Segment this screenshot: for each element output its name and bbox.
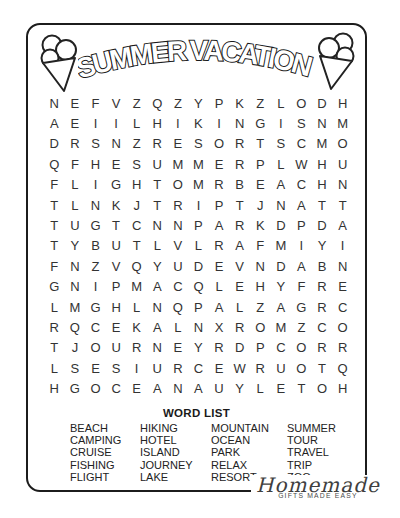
word-list-item: JOURNEY [140, 459, 211, 471]
grid-cell[interactable]: Z [250, 93, 271, 113]
grid-cell[interactable]: A [147, 277, 168, 297]
grid-cell[interactable]: E [332, 277, 353, 297]
grid-cell[interactable]: O [85, 338, 106, 358]
grid-cell[interactable]: P [106, 277, 127, 297]
grid-cell[interactable]: L [126, 113, 147, 133]
grid-cell[interactable]: F [85, 93, 106, 113]
grid-cell[interactable]: N [85, 195, 106, 215]
grid-cell[interactable]: E [271, 378, 292, 398]
grid-cell[interactable]: C [188, 358, 209, 378]
grid-cell[interactable]: E [250, 175, 271, 195]
grid-cell[interactable]: A [271, 297, 292, 317]
grid-cell[interactable]: I [85, 113, 106, 133]
grid-cell[interactable]: M [65, 297, 86, 317]
grid-cell[interactable]: T [44, 215, 65, 235]
grid-cell[interactable]: E [65, 113, 86, 133]
grid-cell[interactable]: H [126, 175, 147, 195]
grid-cell[interactable]: Q [188, 277, 209, 297]
grid-cell[interactable]: N [312, 113, 333, 133]
grid-cell[interactable]: N [271, 195, 292, 215]
grid-cell[interactable]: Q [65, 317, 86, 337]
word-list-item: TOUR [287, 434, 336, 446]
word-search-page: SUMMER VACATION NEFVZQZYPKZLODHAEIILHIKI… [0, 0, 400, 518]
grid-cell[interactable]: S [271, 134, 292, 154]
grid-cell[interactable]: S [188, 134, 209, 154]
grid-cell[interactable]: Y [229, 378, 250, 398]
grid-cell[interactable]: E [106, 154, 127, 174]
grid-cell[interactable]: I [271, 113, 292, 133]
grid-cell[interactable]: Z [291, 317, 312, 337]
ice-cream-cone-icon [311, 28, 359, 92]
grid-cell[interactable]: I [291, 236, 312, 256]
grid-cell[interactable]: R [209, 236, 230, 256]
grid-cell[interactable]: Q [332, 358, 353, 378]
grid-cell[interactable]: Z [85, 256, 106, 276]
grid-cell[interactable]: G [85, 297, 106, 317]
grid-cell[interactable]: T [250, 134, 271, 154]
grid-cell[interactable]: P [291, 215, 312, 235]
grid-cell[interactable]: M [126, 277, 147, 297]
grid-cell[interactable]: V [106, 93, 127, 113]
word-list-column: BEACHCAMPINGCRUISEFISHINGFLIGHT [70, 422, 140, 483]
grid-cell[interactable]: L [188, 236, 209, 256]
grid-cell[interactable]: A [271, 175, 292, 195]
grid-cell[interactable]: Y [188, 93, 209, 113]
grid-cell[interactable]: I [188, 195, 209, 215]
grid-cell[interactable]: H [332, 378, 353, 398]
grid-cell[interactable]: S [65, 358, 86, 378]
grid-cell[interactable]: K [126, 317, 147, 337]
grid-cell[interactable]: K [250, 215, 271, 235]
grid-cell[interactable]: C [291, 175, 312, 195]
grid-cell[interactable]: J [250, 195, 271, 215]
grid-cell[interactable]: Y [312, 236, 333, 256]
grid-cell[interactable]: N [147, 338, 168, 358]
grid-cell[interactable]: F [65, 154, 86, 174]
grid-cell[interactable]: Z [126, 93, 147, 113]
grid-cell[interactable]: E [168, 338, 189, 358]
grid-cell[interactable]: I [85, 175, 106, 195]
grid-cell[interactable]: D [229, 338, 250, 358]
ice-cream-cone-icon [36, 30, 84, 94]
grid-cell[interactable]: Y [65, 236, 86, 256]
grid-cell[interactable]: O [250, 317, 271, 337]
grid-cell[interactable]: D [271, 215, 292, 235]
grid-cell[interactable]: D [271, 256, 292, 276]
grid-cell[interactable]: T [44, 236, 65, 256]
grid-cell[interactable]: O [85, 378, 106, 398]
grid-cell[interactable]: Q [147, 93, 168, 113]
grid-cell[interactable]: Z [250, 297, 271, 317]
word-list-item: PARK [211, 446, 287, 458]
grid-cell[interactable]: G [44, 277, 65, 297]
grid-cell[interactable]: U [65, 215, 86, 235]
word-list-heading: WORD LIST [28, 407, 365, 419]
grid-cell[interactable]: I [106, 113, 127, 133]
grid-cell[interactable]: M [271, 317, 292, 337]
grid-cell[interactable]: T [332, 195, 353, 215]
grid-cell[interactable]: N [147, 297, 168, 317]
grid-cell[interactable]: R [126, 338, 147, 358]
grid-cell[interactable]: O [291, 93, 312, 113]
grid-cell[interactable]: V [106, 256, 127, 276]
grid-cell[interactable]: U [147, 154, 168, 174]
grid-cell[interactable]: S [106, 358, 127, 378]
grid-cell[interactable]: A [332, 215, 353, 235]
grid-cell[interactable]: O [291, 338, 312, 358]
grid-cell[interactable]: E [209, 256, 230, 276]
grid-cell[interactable]: T [106, 215, 127, 235]
grid-cell[interactable]: P [209, 195, 230, 215]
grid-cell[interactable]: J [65, 338, 86, 358]
word-list-item: FLIGHT [70, 471, 140, 483]
grid-cell[interactable]: L [147, 236, 168, 256]
grid-cell[interactable]: C [168, 277, 189, 297]
grid-cell[interactable]: V [168, 236, 189, 256]
grid-cell[interactable]: H [312, 154, 333, 174]
grid-cell[interactable]: Z [126, 134, 147, 154]
grid-cell[interactable]: Y [271, 277, 292, 297]
grid-cell[interactable]: O [168, 175, 189, 195]
grid-cell[interactable]: T [229, 195, 250, 215]
grid-cell[interactable]: A [291, 256, 312, 276]
word-list-item: TRAVEL [287, 446, 336, 458]
grid-cell[interactable]: Q [168, 297, 189, 317]
grid-cell[interactable]: H [250, 277, 271, 297]
grid-cell[interactable]: L [44, 358, 65, 378]
word-list-item: BEACH [70, 422, 140, 434]
grid-cell[interactable]: T [312, 358, 333, 378]
grid-cell[interactable]: S [291, 113, 312, 133]
grid-cell[interactable]: U [209, 378, 230, 398]
grid-cell[interactable]: K [188, 113, 209, 133]
grid-cell[interactable]: L [126, 297, 147, 317]
grid-cell[interactable]: K [229, 93, 250, 113]
grid-cell[interactable]: N [250, 256, 271, 276]
word-list-item: SUMMER [287, 422, 336, 434]
grid-cell[interactable]: L [65, 175, 86, 195]
grid-cell[interactable]: U [271, 358, 292, 378]
grid-cell[interactable]: U [168, 256, 189, 276]
grid-cell[interactable]: P [250, 338, 271, 358]
grid-cell[interactable]: A [229, 236, 250, 256]
grid-cell[interactable]: I [126, 358, 147, 378]
grid-cell[interactable]: E [106, 317, 127, 337]
grid-cell[interactable]: L [271, 154, 292, 174]
grid-cell[interactable]: R [229, 215, 250, 235]
grid-cell[interactable]: D [312, 215, 333, 235]
puzzle-title-text: SUMMER VACATION [78, 35, 317, 85]
grid-cell[interactable]: R [229, 317, 250, 337]
grid-cell[interactable]: O [209, 134, 230, 154]
grid-cell[interactable]: S [85, 134, 106, 154]
grid-cell[interactable]: U [106, 236, 127, 256]
word-list-item: RELAX [211, 459, 287, 471]
grid-cell[interactable]: O [312, 378, 333, 398]
grid-cell[interactable]: N [106, 134, 127, 154]
grid-cell[interactable]: E [126, 378, 147, 398]
grid-cell[interactable]: C [271, 338, 292, 358]
grid-cell[interactable]: T [44, 195, 65, 215]
grid-cell[interactable]: G [106, 175, 127, 195]
puzzle-title: SUMMER VACATION [78, 33, 318, 89]
grid-cell[interactable]: A [188, 378, 209, 398]
grid-cell[interactable]: N [332, 175, 353, 195]
word-search-grid: NEFVZQZYPKZLODHAEIILHIKINGISNMDRSNZRESOR… [44, 93, 353, 399]
grid-cell[interactable]: O [332, 317, 353, 337]
grid-cell[interactable]: G [65, 378, 86, 398]
grid-cell[interactable]: T [147, 175, 168, 195]
grid-cell[interactable]: L [65, 195, 86, 215]
grid-cell[interactable]: C [106, 378, 127, 398]
grid-cell[interactable]: B [312, 256, 333, 276]
grid-cell[interactable]: T [291, 378, 312, 398]
grid-cell[interactable]: D [44, 134, 65, 154]
grid-cell[interactable]: A [44, 113, 65, 133]
word-list-item: HOTEL [140, 434, 211, 446]
grid-cell[interactable]: P [209, 93, 230, 113]
grid-cell[interactable]: R [44, 317, 65, 337]
grid-cell[interactable]: M [312, 134, 333, 154]
grid-cell[interactable]: A [209, 215, 230, 235]
grid-cell[interactable]: Q [44, 154, 65, 174]
word-list-item: LAKE [140, 471, 211, 483]
grid-cell[interactable]: L [44, 297, 65, 317]
grid-cell[interactable]: P [188, 297, 209, 317]
grid-cell[interactable]: H [44, 378, 65, 398]
grid-cell[interactable]: H [147, 113, 168, 133]
grid-cell[interactable]: T [44, 338, 65, 358]
grid-cell[interactable]: N [65, 277, 86, 297]
grid-cell[interactable]: T [126, 236, 147, 256]
grid-cell[interactable]: G [85, 215, 106, 235]
grid-cell[interactable]: H [332, 93, 353, 113]
grid-cell[interactable]: R [312, 297, 333, 317]
grid-cell[interactable]: E [168, 134, 189, 154]
grid-cell[interactable]: N [332, 256, 353, 276]
grid-cell[interactable]: R [312, 338, 333, 358]
grid-cell[interactable]: R [147, 134, 168, 154]
grid-cell[interactable]: N [147, 215, 168, 235]
grid-cell[interactable]: H [106, 297, 127, 317]
grid-cell[interactable]: C [291, 134, 312, 154]
grid-cell[interactable]: Z [168, 93, 189, 113]
grid-cell[interactable]: D [188, 256, 209, 276]
grid-cell[interactable]: A [147, 378, 168, 398]
grid-cell[interactable]: U [147, 358, 168, 378]
grid-cell[interactable]: L [168, 317, 189, 337]
grid-cell[interactable]: C [85, 317, 106, 337]
grid-cell[interactable]: M [188, 175, 209, 195]
grid-cell[interactable]: E [85, 358, 106, 378]
grid-cell[interactable]: B [229, 175, 250, 195]
grid-cell[interactable]: K [106, 195, 127, 215]
grid-cell[interactable]: L [229, 297, 250, 317]
grid-cell[interactable]: F [44, 175, 65, 195]
grid-cell[interactable]: M [188, 154, 209, 174]
grid-cell[interactable]: N [65, 256, 86, 276]
grid-cell[interactable]: N [44, 93, 65, 113]
grid-cell[interactable]: F [250, 236, 271, 256]
grid-cell[interactable]: P [188, 215, 209, 235]
grid-cell[interactable]: I [168, 113, 189, 133]
grid-cell[interactable]: R [209, 175, 230, 195]
grid-cell[interactable]: L [250, 378, 271, 398]
grid-cell[interactable]: Y [147, 256, 168, 276]
grid-cell[interactable]: G [250, 113, 271, 133]
grid-cell[interactable]: R [209, 338, 230, 358]
grid-cell[interactable]: T [312, 195, 333, 215]
grid-cell[interactable]: B [85, 236, 106, 256]
grid-cell[interactable]: X [209, 317, 230, 337]
grid-cell[interactable]: W [229, 358, 250, 378]
grid-cell[interactable]: C [332, 297, 353, 317]
grid-cell[interactable]: Y [188, 338, 209, 358]
word-list-item: HIKING [140, 422, 211, 434]
grid-cell[interactable]: U [332, 154, 353, 174]
word-list-item: OCEAN [211, 434, 287, 446]
grid-cell[interactable]: W [291, 154, 312, 174]
grid-cell[interactable]: R [168, 358, 189, 378]
grid-cell[interactable]: I [209, 113, 230, 133]
grid-cell[interactable]: A [209, 297, 230, 317]
grid-cell[interactable]: H [312, 175, 333, 195]
grid-cell[interactable]: G [291, 297, 312, 317]
grid-cell[interactable]: J [126, 195, 147, 215]
grid-cell[interactable]: I [85, 277, 106, 297]
svg-text:SUMMER VACATION: SUMMER VACATION [78, 35, 317, 85]
grid-cell[interactable]: Q [126, 256, 147, 276]
grid-cell[interactable]: E [229, 277, 250, 297]
grid-cell[interactable]: M [271, 236, 292, 256]
grid-cell[interactable]: F [44, 256, 65, 276]
grid-cell[interactable]: R [168, 195, 189, 215]
grid-cell[interactable]: N [188, 317, 209, 337]
grid-cell[interactable]: C [312, 317, 333, 337]
grid-cell[interactable]: N [229, 113, 250, 133]
grid-cell[interactable]: D [312, 93, 333, 113]
grid-cell[interactable]: N [168, 378, 189, 398]
word-list-item: FISHING [70, 459, 140, 471]
grid-cell[interactable]: O [332, 134, 353, 154]
grid-cell[interactable]: E [65, 93, 86, 113]
grid-cell[interactable]: R [250, 358, 271, 378]
grid-cell[interactable]: R [65, 134, 86, 154]
puzzle-border: SUMMER VACATION NEFVZQZYPKZLODHAEIILHIKI… [26, 23, 367, 492]
word-list-item: CRUISE [70, 446, 140, 458]
grid-cell[interactable]: E [209, 358, 230, 378]
grid-cell[interactable]: C [126, 215, 147, 235]
brand-logo: Homemade GIFTS MADE EASY [251, 475, 385, 501]
word-list-item: TRIP [287, 459, 336, 471]
grid-cell[interactable]: P [250, 154, 271, 174]
grid-cell[interactable]: S [126, 154, 147, 174]
grid-cell[interactable]: U [106, 338, 127, 358]
word-list-item: CAMPING [70, 434, 140, 446]
grid-cell[interactable]: R [312, 277, 333, 297]
grid-cell[interactable]: M [168, 154, 189, 174]
word-list-item: ISLAND [140, 446, 211, 458]
grid-cell[interactable]: L [271, 93, 292, 113]
grid-cell[interactable]: E [209, 154, 230, 174]
grid-cell[interactable]: V [229, 256, 250, 276]
grid-cell[interactable]: A [147, 317, 168, 337]
grid-cell[interactable]: R [332, 338, 353, 358]
grid-cell[interactable]: O [291, 358, 312, 378]
grid-cell[interactable]: I [332, 236, 353, 256]
word-list-column: HIKINGHOTELISLANDJOURNEYLAKE [140, 422, 211, 483]
grid-cell[interactable]: R [229, 154, 250, 174]
grid-cell[interactable]: A [291, 195, 312, 215]
grid-cell[interactable]: R [229, 134, 250, 154]
grid-cell[interactable]: T [147, 195, 168, 215]
grid-cell[interactable]: N [168, 215, 189, 235]
word-list-item: MOUNTAIN [211, 422, 287, 434]
grid-cell[interactable]: H [85, 154, 106, 174]
grid-cell[interactable]: M [332, 113, 353, 133]
grid-cell[interactable]: F [291, 277, 312, 297]
grid-cell[interactable]: L [209, 277, 230, 297]
